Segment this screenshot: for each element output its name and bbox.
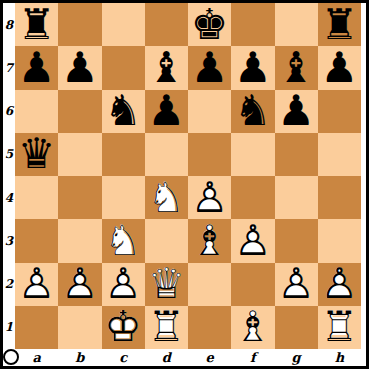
file-label-e: e [188, 350, 231, 365]
rank-label-1: 1 [3, 321, 15, 333]
square-g5[interactable] [275, 133, 318, 176]
square-g8[interactable] [275, 3, 318, 46]
square-b5[interactable] [58, 133, 101, 176]
square-e5[interactable] [188, 133, 231, 176]
square-h7[interactable]: ♟ [318, 46, 361, 89]
square-h3[interactable] [318, 219, 361, 262]
square-a2[interactable]: ♟♙ [15, 263, 58, 306]
chess-diagram: ♜♚♜♟♟♝♟♟♝♟♞♟♞♟♛♞♘♟♙♞♘♝♗♟♙♟♙♟♙♟♙♛♕♟♙♟♙♚♔♜… [0, 0, 369, 369]
white-knight: ♞ [102, 219, 145, 262]
white-rook: ♜ [318, 306, 361, 349]
square-d4[interactable]: ♞♘ [145, 176, 188, 219]
square-d5[interactable] [145, 133, 188, 176]
square-h1[interactable]: ♜♖ [318, 306, 361, 349]
white-queen: ♛ [145, 263, 188, 306]
square-d2[interactable]: ♛♕ [145, 263, 188, 306]
square-g2[interactable]: ♟♙ [275, 263, 318, 306]
black-pawn: ♟ [275, 90, 318, 133]
file-label-c: c [102, 350, 145, 365]
square-f1[interactable]: ♝♗ [231, 306, 274, 349]
file-label-b: b [58, 350, 101, 365]
white-bishop: ♝ [188, 219, 231, 262]
square-a8[interactable]: ♜ [15, 3, 58, 46]
black-pawn: ♟ [15, 46, 58, 89]
square-b2[interactable]: ♟♙ [58, 263, 101, 306]
black-king: ♚ [188, 3, 231, 46]
file-label-g: g [275, 350, 318, 365]
black-pawn: ♟ [188, 46, 231, 89]
black-pawn: ♟ [231, 46, 274, 89]
square-a5[interactable]: ♛ [15, 133, 58, 176]
square-c7[interactable] [102, 46, 145, 89]
square-f7[interactable]: ♟ [231, 46, 274, 89]
white-bishop-outline: ♗ [188, 219, 231, 262]
square-e2[interactable] [188, 263, 231, 306]
black-queen: ♛ [15, 133, 58, 176]
file-label-f: f [231, 350, 274, 365]
white-rook: ♜ [145, 306, 188, 349]
white-king-outline: ♔ [102, 306, 145, 349]
file-label-h: h [318, 350, 361, 365]
black-pawn: ♟ [58, 46, 101, 89]
square-h5[interactable] [318, 133, 361, 176]
square-f4[interactable] [231, 176, 274, 219]
white-pawn: ♟ [188, 176, 231, 219]
square-e7[interactable]: ♟ [188, 46, 231, 89]
square-d3[interactable] [145, 219, 188, 262]
black-pawn: ♟ [318, 46, 361, 89]
white-rook-outline: ♖ [145, 306, 188, 349]
white-pawn-outline: ♙ [318, 263, 361, 306]
white-king: ♚ [102, 306, 145, 349]
white-bishop: ♝ [231, 306, 274, 349]
white-pawn-outline: ♙ [15, 263, 58, 306]
rank-coordinates: 87654321 [3, 3, 15, 349]
square-b6[interactable] [58, 90, 101, 133]
square-c8[interactable] [102, 3, 145, 46]
square-d8[interactable] [145, 3, 188, 46]
rank-label-7: 7 [3, 62, 15, 74]
square-a7[interactable]: ♟ [15, 46, 58, 89]
black-rook: ♜ [15, 3, 58, 46]
square-a6[interactable] [15, 90, 58, 133]
square-f8[interactable] [231, 3, 274, 46]
white-pawn: ♟ [58, 263, 101, 306]
square-c1[interactable]: ♚♔ [102, 306, 145, 349]
black-knight: ♞ [231, 90, 274, 133]
square-e1[interactable] [188, 306, 231, 349]
black-bishop: ♝ [145, 46, 188, 89]
black-bishop: ♝ [275, 46, 318, 89]
square-h4[interactable] [318, 176, 361, 219]
square-c5[interactable] [102, 133, 145, 176]
white-knight: ♞ [145, 176, 188, 219]
white-rook-outline: ♖ [318, 306, 361, 349]
white-knight-outline: ♘ [102, 219, 145, 262]
diagram-margin: ♜♚♜♟♟♝♟♟♝♟♞♟♞♟♛♞♘♟♙♞♘♝♗♟♙♟♙♟♙♟♙♛♕♟♙♟♙♚♔♜… [3, 3, 366, 366]
square-c6[interactable]: ♞ [102, 90, 145, 133]
white-pawn-outline: ♙ [188, 176, 231, 219]
square-b8[interactable] [58, 3, 101, 46]
square-f2[interactable] [231, 263, 274, 306]
square-d7[interactable]: ♝ [145, 46, 188, 89]
square-d6[interactable]: ♟ [145, 90, 188, 133]
file-coordinates: abcdefgh [15, 349, 361, 366]
square-b7[interactable]: ♟ [58, 46, 101, 89]
square-e4[interactable]: ♟♙ [188, 176, 231, 219]
square-b3[interactable] [58, 219, 101, 262]
white-pawn-outline: ♙ [275, 263, 318, 306]
white-pawn-outline: ♙ [102, 263, 145, 306]
square-f6[interactable]: ♞ [231, 90, 274, 133]
file-label-a: a [15, 350, 58, 365]
square-a3[interactable] [15, 219, 58, 262]
square-c3[interactable]: ♞♘ [102, 219, 145, 262]
black-knight: ♞ [102, 90, 145, 133]
square-b1[interactable] [58, 306, 101, 349]
white-pawn: ♟ [318, 263, 361, 306]
chess-board: ♜♚♜♟♟♝♟♟♝♟♞♟♞♟♛♞♘♟♙♞♘♝♗♟♙♟♙♟♙♟♙♛♕♟♙♟♙♚♔♜… [15, 3, 361, 349]
white-pawn-outline: ♙ [58, 263, 101, 306]
rank-label-6: 6 [3, 105, 15, 117]
white-queen-outline: ♕ [145, 263, 188, 306]
square-g1[interactable] [275, 306, 318, 349]
square-a4[interactable] [15, 176, 58, 219]
square-g6[interactable]: ♟ [275, 90, 318, 133]
rank-label-5: 5 [3, 148, 15, 160]
white-pawn: ♟ [15, 263, 58, 306]
square-g7[interactable]: ♝ [275, 46, 318, 89]
square-c4[interactable] [102, 176, 145, 219]
white-bishop-outline: ♗ [231, 306, 274, 349]
square-g3[interactable] [275, 219, 318, 262]
white-pawn: ♟ [231, 219, 274, 262]
black-rook: ♜ [318, 3, 361, 46]
square-g4[interactable] [275, 176, 318, 219]
square-h6[interactable] [318, 90, 361, 133]
black-pawn: ♟ [145, 90, 188, 133]
rank-label-8: 8 [3, 19, 15, 31]
white-pawn-outline: ♙ [231, 219, 274, 262]
rank-label-2: 2 [3, 278, 15, 290]
white-to-move-indicator [3, 349, 19, 365]
square-h8[interactable]: ♜ [318, 3, 361, 46]
square-d1[interactable]: ♜♖ [145, 306, 188, 349]
square-e8[interactable]: ♚ [188, 3, 231, 46]
square-f3[interactable]: ♟♙ [231, 219, 274, 262]
square-h2[interactable]: ♟♙ [318, 263, 361, 306]
square-a1[interactable] [15, 306, 58, 349]
rank-label-3: 3 [3, 235, 15, 247]
square-f5[interactable] [231, 133, 274, 176]
square-c2[interactable]: ♟♙ [102, 263, 145, 306]
white-knight-outline: ♘ [145, 176, 188, 219]
file-label-d: d [145, 350, 188, 365]
rank-label-4: 4 [3, 192, 15, 204]
square-e6[interactable] [188, 90, 231, 133]
square-e3[interactable]: ♝♗ [188, 219, 231, 262]
white-pawn: ♟ [275, 263, 318, 306]
square-b4[interactable] [58, 176, 101, 219]
white-pawn: ♟ [102, 263, 145, 306]
